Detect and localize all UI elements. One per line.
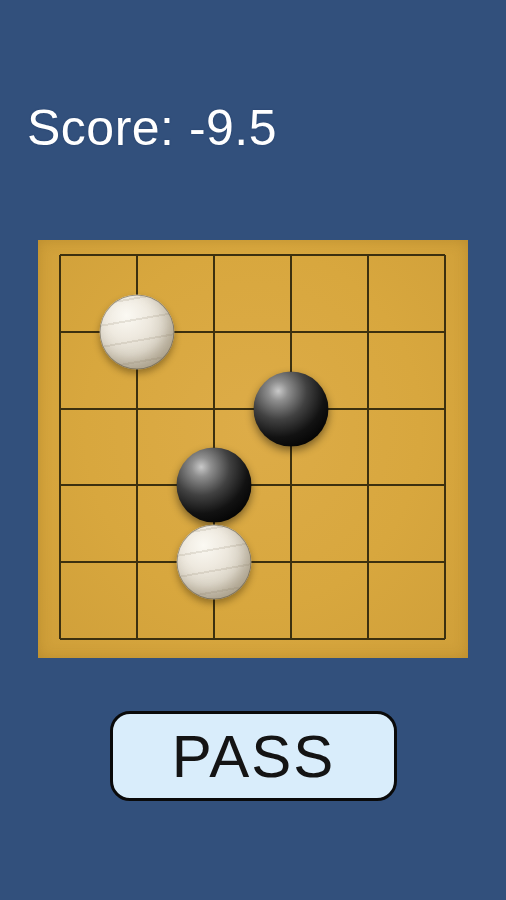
grid-line [59,255,61,639]
grid-line [60,254,445,256]
stone-black [177,448,252,523]
stone-white [177,525,252,600]
board-grid [60,255,445,639]
go-board[interactable] [38,240,468,658]
app-screen: Score: -9.5 PASS [0,0,506,900]
grid-line [60,638,445,640]
grid-line [444,255,446,639]
pass-button[interactable]: PASS [110,711,397,801]
score-label: Score: -9.5 [27,100,277,156]
stone-white [100,294,175,369]
stone-black [254,371,329,446]
grid-line [60,484,445,486]
grid-line [290,255,292,639]
grid-line [60,408,445,410]
grid-line [367,255,369,639]
grid-line [60,561,445,563]
